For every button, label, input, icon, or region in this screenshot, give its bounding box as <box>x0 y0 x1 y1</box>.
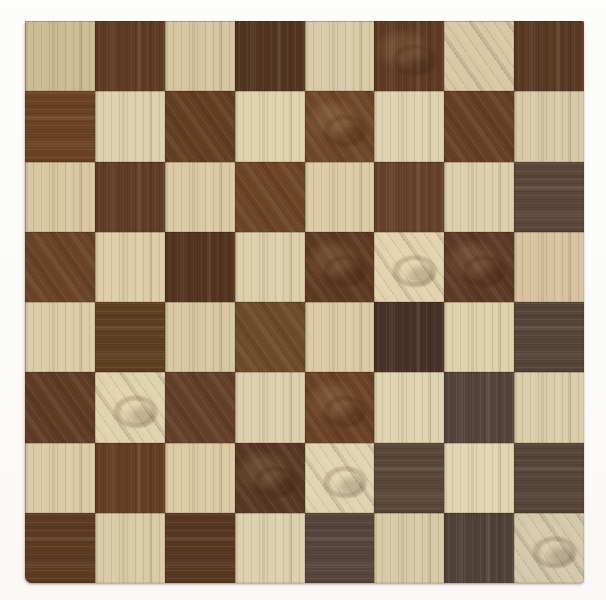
square-h3[interactable] <box>514 372 584 442</box>
square-a3[interactable] <box>25 372 95 442</box>
square-h2[interactable] <box>514 443 584 513</box>
square-b1[interactable] <box>95 513 165 583</box>
square-f1[interactable] <box>374 513 444 583</box>
square-a2[interactable] <box>25 443 95 513</box>
square-d6[interactable] <box>235 162 305 232</box>
square-e6[interactable] <box>305 162 375 232</box>
square-f5[interactable] <box>374 232 444 302</box>
square-d7[interactable] <box>235 91 305 161</box>
square-c6[interactable] <box>165 162 235 232</box>
square-a7[interactable] <box>25 91 95 161</box>
square-c8[interactable] <box>165 21 235 91</box>
square-d4[interactable] <box>235 302 305 372</box>
square-e7[interactable] <box>305 91 375 161</box>
square-g1[interactable] <box>444 513 514 583</box>
square-c4[interactable] <box>165 302 235 372</box>
square-g8[interactable] <box>444 21 514 91</box>
square-e5[interactable] <box>305 232 375 302</box>
square-h4[interactable] <box>514 302 584 372</box>
square-h7[interactable] <box>514 91 584 161</box>
square-c7[interactable] <box>165 91 235 161</box>
square-e4[interactable] <box>305 302 375 372</box>
square-c1[interactable] <box>165 513 235 583</box>
square-b8[interactable] <box>95 21 165 91</box>
square-a8[interactable] <box>25 21 95 91</box>
square-a5[interactable] <box>25 232 95 302</box>
square-b4[interactable] <box>95 302 165 372</box>
square-h8[interactable] <box>514 21 584 91</box>
square-h5[interactable] <box>514 232 584 302</box>
square-b7[interactable] <box>95 91 165 161</box>
square-d5[interactable] <box>235 232 305 302</box>
square-g2[interactable] <box>444 443 514 513</box>
square-f3[interactable] <box>374 372 444 442</box>
square-e1[interactable] <box>305 513 375 583</box>
square-g6[interactable] <box>444 162 514 232</box>
square-d8[interactable] <box>235 21 305 91</box>
square-f2[interactable] <box>374 443 444 513</box>
square-h1[interactable] <box>514 513 584 583</box>
square-a6[interactable] <box>25 162 95 232</box>
square-f6[interactable] <box>374 162 444 232</box>
square-e2[interactable] <box>305 443 375 513</box>
square-f7[interactable] <box>374 91 444 161</box>
square-f8[interactable] <box>374 21 444 91</box>
chess-board <box>25 21 584 583</box>
square-d3[interactable] <box>235 372 305 442</box>
square-a1[interactable] <box>25 513 95 583</box>
square-b3[interactable] <box>95 372 165 442</box>
square-c2[interactable] <box>165 443 235 513</box>
square-b2[interactable] <box>95 443 165 513</box>
square-e3[interactable] <box>305 372 375 442</box>
square-f4[interactable] <box>374 302 444 372</box>
square-g4[interactable] <box>444 302 514 372</box>
square-g3[interactable] <box>444 372 514 442</box>
scene <box>0 0 606 600</box>
square-c5[interactable] <box>165 232 235 302</box>
square-d2[interactable] <box>235 443 305 513</box>
square-e8[interactable] <box>305 21 375 91</box>
square-d1[interactable] <box>235 513 305 583</box>
square-c3[interactable] <box>165 372 235 442</box>
square-b5[interactable] <box>95 232 165 302</box>
square-a4[interactable] <box>25 302 95 372</box>
square-h6[interactable] <box>514 162 584 232</box>
square-g7[interactable] <box>444 91 514 161</box>
square-g5[interactable] <box>444 232 514 302</box>
square-b6[interactable] <box>95 162 165 232</box>
